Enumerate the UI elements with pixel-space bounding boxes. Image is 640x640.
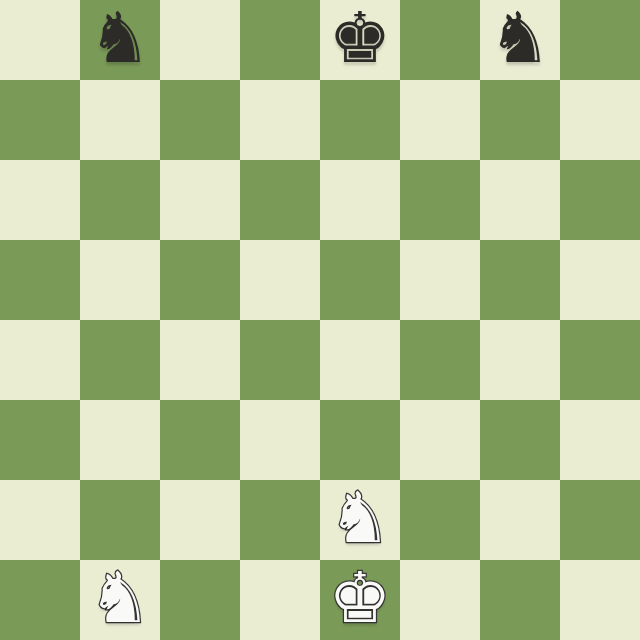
square-c4[interactable] xyxy=(160,320,240,400)
square-a5[interactable] xyxy=(0,240,80,320)
square-a4[interactable] xyxy=(0,320,80,400)
square-d8[interactable] xyxy=(240,0,320,80)
square-b6[interactable] xyxy=(80,160,160,240)
square-c1[interactable] xyxy=(160,560,240,640)
square-g8[interactable]: ♞ xyxy=(480,0,560,80)
square-f7[interactable] xyxy=(400,80,480,160)
square-g6[interactable] xyxy=(480,160,560,240)
square-f1[interactable] xyxy=(400,560,480,640)
square-e4[interactable] xyxy=(320,320,400,400)
square-f5[interactable] xyxy=(400,240,480,320)
square-b7[interactable] xyxy=(80,80,160,160)
square-b4[interactable] xyxy=(80,320,160,400)
square-f4[interactable] xyxy=(400,320,480,400)
square-h3[interactable] xyxy=(560,400,640,480)
square-h5[interactable] xyxy=(560,240,640,320)
square-d2[interactable] xyxy=(240,480,320,560)
square-a1[interactable] xyxy=(0,560,80,640)
square-g1[interactable] xyxy=(480,560,560,640)
square-c8[interactable] xyxy=(160,0,240,80)
square-a7[interactable] xyxy=(0,80,80,160)
square-c6[interactable] xyxy=(160,160,240,240)
square-d4[interactable] xyxy=(240,320,320,400)
white-knight-e2[interactable]: ♞ xyxy=(329,478,392,558)
square-h2[interactable] xyxy=(560,480,640,560)
square-c7[interactable] xyxy=(160,80,240,160)
square-b3[interactable] xyxy=(80,400,160,480)
square-e2[interactable]: ♞ xyxy=(320,480,400,560)
square-b8[interactable]: ♞ xyxy=(80,0,160,80)
square-h7[interactable] xyxy=(560,80,640,160)
square-h8[interactable] xyxy=(560,0,640,80)
square-b5[interactable] xyxy=(80,240,160,320)
white-knight-b1[interactable]: ♞ xyxy=(89,558,152,638)
square-c2[interactable] xyxy=(160,480,240,560)
chess-board: ♞♚♞♞♞♚ xyxy=(0,0,640,640)
square-c3[interactable] xyxy=(160,400,240,480)
square-a6[interactable] xyxy=(0,160,80,240)
square-g7[interactable] xyxy=(480,80,560,160)
square-g2[interactable] xyxy=(480,480,560,560)
square-h6[interactable] xyxy=(560,160,640,240)
square-e1[interactable]: ♚ xyxy=(320,560,400,640)
square-e7[interactable] xyxy=(320,80,400,160)
square-e5[interactable] xyxy=(320,240,400,320)
square-e3[interactable] xyxy=(320,400,400,480)
square-f3[interactable] xyxy=(400,400,480,480)
square-a3[interactable] xyxy=(0,400,80,480)
square-g3[interactable] xyxy=(480,400,560,480)
square-b2[interactable] xyxy=(80,480,160,560)
black-knight-b8[interactable]: ♞ xyxy=(89,0,152,78)
square-d6[interactable] xyxy=(240,160,320,240)
square-d5[interactable] xyxy=(240,240,320,320)
square-g4[interactable] xyxy=(480,320,560,400)
white-king-e1[interactable]: ♚ xyxy=(329,558,392,638)
black-king-e8[interactable]: ♚ xyxy=(329,0,392,78)
square-a8[interactable] xyxy=(0,0,80,80)
square-a2[interactable] xyxy=(0,480,80,560)
square-e6[interactable] xyxy=(320,160,400,240)
black-knight-g8[interactable]: ♞ xyxy=(489,0,552,78)
square-d1[interactable] xyxy=(240,560,320,640)
square-f2[interactable] xyxy=(400,480,480,560)
square-h1[interactable] xyxy=(560,560,640,640)
square-f6[interactable] xyxy=(400,160,480,240)
square-c5[interactable] xyxy=(160,240,240,320)
square-d7[interactable] xyxy=(240,80,320,160)
square-d3[interactable] xyxy=(240,400,320,480)
square-f8[interactable] xyxy=(400,0,480,80)
square-g5[interactable] xyxy=(480,240,560,320)
square-b1[interactable]: ♞ xyxy=(80,560,160,640)
square-h4[interactable] xyxy=(560,320,640,400)
square-e8[interactable]: ♚ xyxy=(320,0,400,80)
